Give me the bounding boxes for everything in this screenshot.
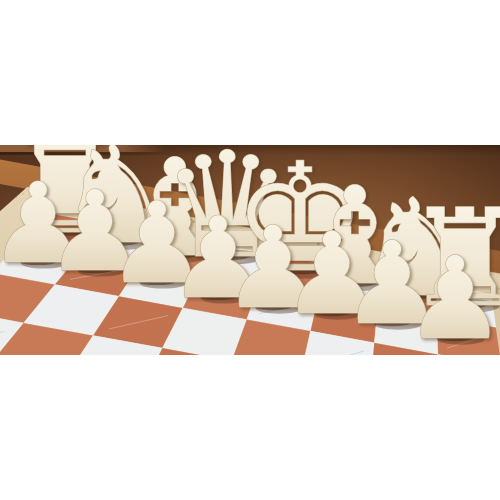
piece-white-pawn-h2[interactable]: ♟ [404, 232, 500, 355]
chess-board: ♜♞♝♛♟♚♟♟♝♞♟♜♟♟♟♟ [0, 145, 500, 355]
screenshot-page: ♜♞♝♛♟♚♟♟♝♞♟♜♟♟♟♟ [0, 0, 500, 500]
chess-set-photo: ♜♞♝♛♟♚♟♟♝♞♟♜♟♟♟♟ [0, 145, 500, 355]
